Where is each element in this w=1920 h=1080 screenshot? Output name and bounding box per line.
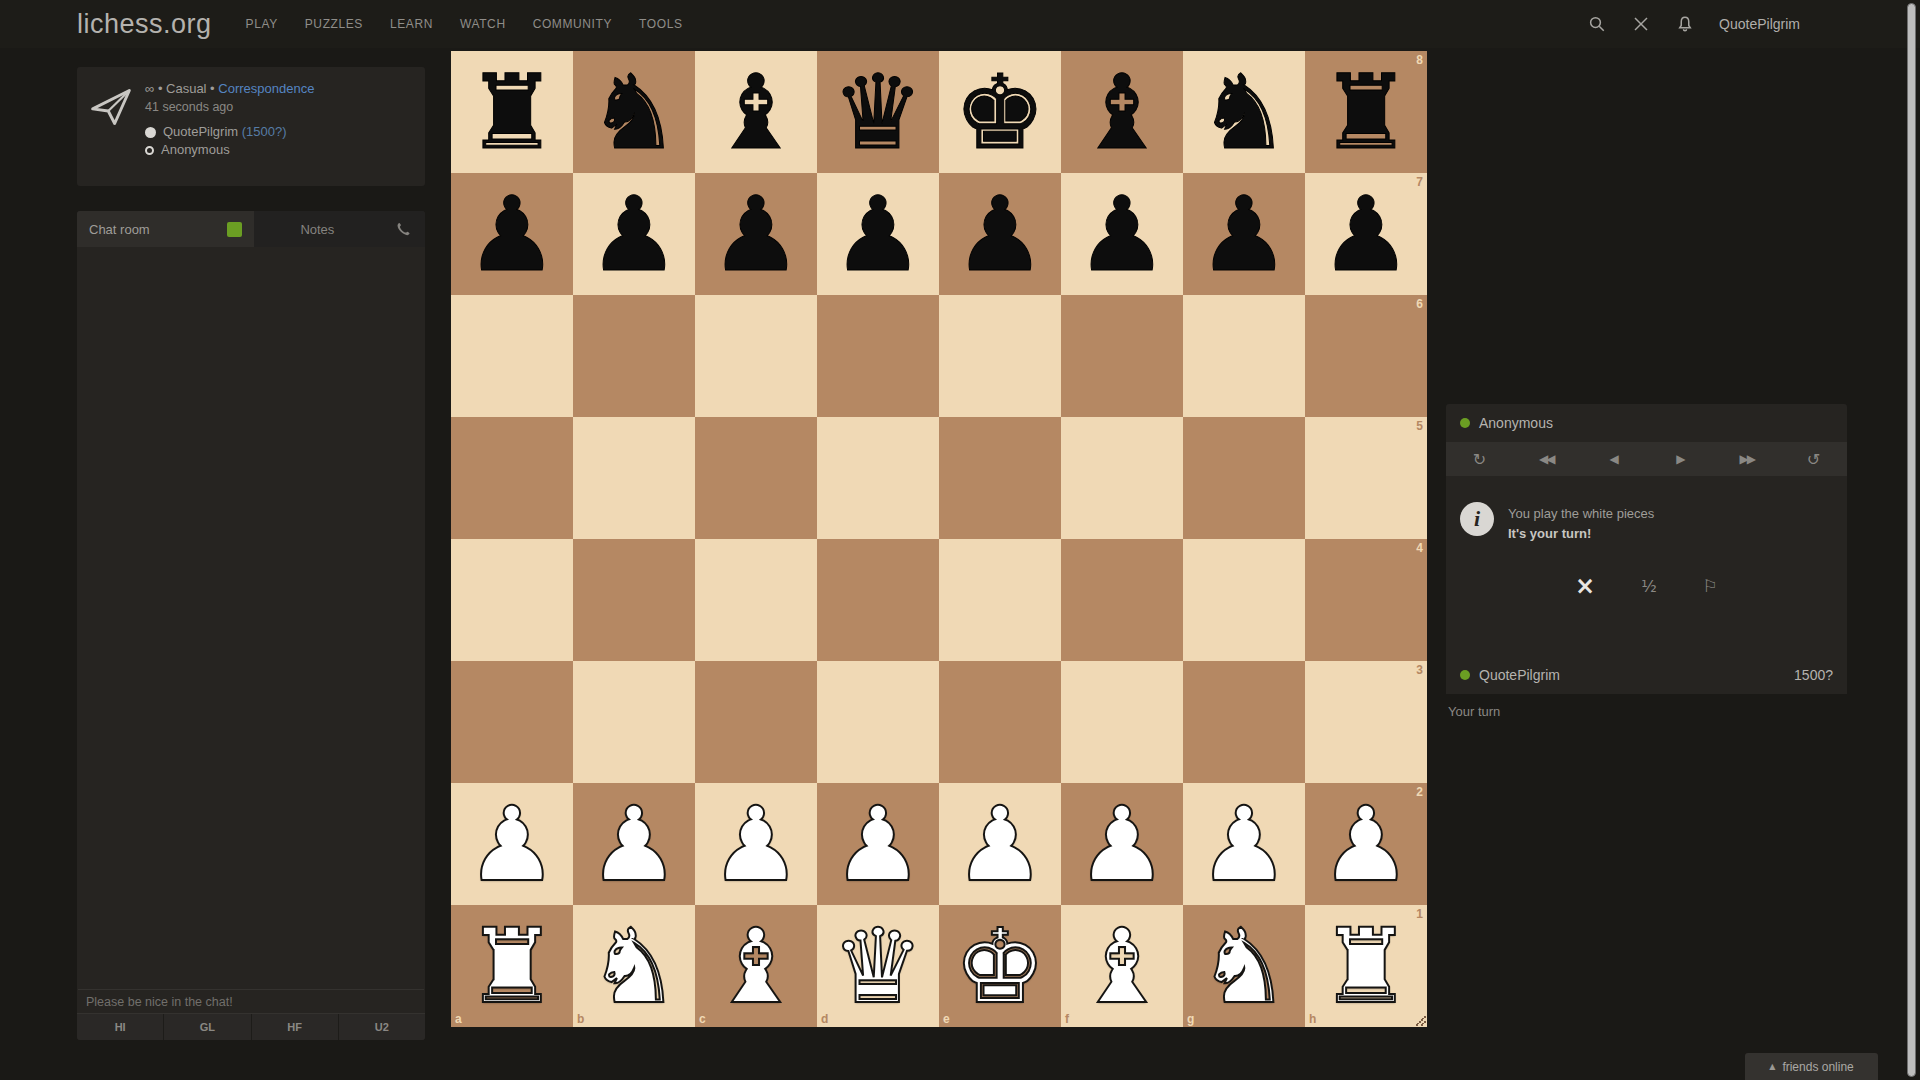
online-dot-icon — [1460, 670, 1470, 680]
piece-white-pawn[interactable]: ♟ — [1183, 783, 1305, 905]
resign-flag-icon[interactable]: ⚐ — [1703, 576, 1718, 596]
square-d2[interactable]: ♟ — [817, 783, 939, 905]
piece-black-bishop[interactable]: ♝ — [1061, 51, 1183, 173]
top-nav: lichess.org PLAY PUZZLES LEARN WATCH COM… — [0, 0, 1920, 48]
chat-input[interactable] — [78, 995, 424, 1009]
square-c6[interactable] — [695, 295, 817, 417]
black-player-line: Anonymous — [145, 141, 314, 159]
square-b1[interactable]: b♞ — [573, 905, 695, 1027]
square-a7[interactable]: ♟ — [451, 173, 573, 295]
main-nav: PLAY PUZZLES LEARN WATCH COMMUNITY TOOLS — [246, 17, 683, 31]
square-c3[interactable] — [695, 661, 817, 783]
square-c7[interactable]: ♟ — [695, 173, 817, 295]
user-menu[interactable]: QuotePilgrim — [1719, 16, 1800, 32]
player-name[interactable]: QuotePilgrim — [1479, 667, 1560, 683]
piece-white-pawn[interactable]: ♟ — [573, 783, 695, 905]
square-e8[interactable]: ♚ — [939, 51, 1061, 173]
page-scrollbar[interactable] — [1907, 3, 1916, 1077]
square-b8[interactable]: ♞ — [573, 51, 695, 173]
square-a5[interactable] — [451, 417, 573, 539]
expand-triangle-icon: ▲ — [1769, 1062, 1775, 1071]
piece-black-pawn[interactable]: ♟ — [1183, 173, 1305, 295]
piece-white-pawn[interactable]: ♟ — [939, 783, 1061, 905]
piece-white-pawn[interactable]: ♟ — [451, 783, 573, 905]
variant-link[interactable]: Correspondence — [218, 81, 314, 96]
square-c1[interactable]: c♝ — [695, 905, 817, 1027]
phone-icon[interactable] — [381, 211, 425, 247]
square-e3[interactable] — [939, 661, 1061, 783]
board-resize-handle[interactable] — [1414, 1014, 1426, 1026]
square-h6[interactable]: 6 — [1305, 295, 1427, 417]
square-f4[interactable] — [1061, 539, 1183, 661]
square-e6[interactable] — [939, 295, 1061, 417]
square-e1[interactable]: e♚ — [939, 905, 1061, 1027]
square-c5[interactable] — [695, 417, 817, 539]
info-icon: i — [1460, 502, 1494, 536]
opponent-bar: Anonymous — [1446, 404, 1847, 442]
square-g6[interactable] — [1183, 295, 1305, 417]
black-piece-ring-icon — [145, 146, 154, 155]
square-h8[interactable]: 8♜ — [1305, 51, 1427, 173]
nav-puzzles[interactable]: PUZZLES — [305, 17, 363, 31]
square-a8[interactable]: ♜ — [451, 51, 573, 173]
piece-black-pawn[interactable]: ♟ — [695, 173, 817, 295]
rank-label-3: 3 — [1416, 663, 1423, 677]
square-h7[interactable]: 7♟ — [1305, 173, 1427, 295]
square-e5[interactable] — [939, 417, 1061, 539]
square-h3[interactable]: 3 — [1305, 661, 1427, 783]
rank-label-6: 6 — [1416, 297, 1423, 311]
chess-board: ♜♞♝♛♚♝♞8♜♟♟♟♟♟♟♟7♟6543♟♟♟♟♟♟♟2♟a♜b♞c♝d♛e… — [451, 51, 1427, 1027]
white-player-name[interactable]: QuotePilgrim (1500?) — [163, 123, 287, 141]
tab-chat-room-label: Chat room — [89, 222, 217, 237]
square-f3[interactable] — [1061, 661, 1183, 783]
piece-black-king[interactable]: ♚ — [939, 51, 1061, 173]
piece-white-bishop[interactable]: ♝ — [1061, 905, 1183, 1027]
square-f6[interactable] — [1061, 295, 1183, 417]
square-f1[interactable]: f♝ — [1061, 905, 1183, 1027]
square-e4[interactable] — [939, 539, 1061, 661]
turn-info-row: i You play the white pieces It's your tu… — [1446, 502, 1847, 544]
piece-white-pawn[interactable]: ♟ — [1305, 783, 1427, 905]
correspondence-paper-plane-icon — [89, 79, 145, 174]
preset-hi-button[interactable]: HI — [77, 1014, 164, 1040]
search-icon[interactable] — [1587, 14, 1607, 34]
next-move-icon[interactable]: ▶ — [1646, 442, 1713, 476]
replay-toolbar: ↻ ◀◀ ◀ ▶ ▶▶ ↺ — [1446, 442, 1847, 476]
white-player-rating: (1500?) — [242, 124, 287, 139]
piece-black-pawn[interactable]: ♟ — [573, 173, 695, 295]
square-g8[interactable]: ♞ — [1183, 51, 1305, 173]
nav-watch[interactable]: WATCH — [460, 17, 506, 31]
square-a6[interactable] — [451, 295, 573, 417]
opponent-name[interactable]: Anonymous — [1479, 415, 1553, 431]
piece-black-pawn[interactable]: ♟ — [451, 173, 573, 295]
square-g4[interactable] — [1183, 539, 1305, 661]
square-d4[interactable] — [817, 539, 939, 661]
square-h4[interactable]: 4 — [1305, 539, 1427, 661]
square-d6[interactable] — [817, 295, 939, 417]
rank-label-5: 5 — [1416, 419, 1423, 433]
square-h2[interactable]: 2♟ — [1305, 783, 1427, 905]
last-move-icon[interactable]: ▶▶ — [1713, 442, 1780, 476]
game-start-time: 41 seconds ago — [145, 98, 314, 117]
square-d5[interactable] — [817, 417, 939, 539]
nav-right-cluster: QuotePilgrim — [1587, 14, 1800, 34]
square-a2[interactable]: ♟ — [451, 783, 573, 905]
piece-black-bishop[interactable]: ♝ — [695, 51, 817, 173]
square-g2[interactable]: ♟ — [1183, 783, 1305, 905]
square-g5[interactable] — [1183, 417, 1305, 539]
game-meta-prefix: ∞ • Casual • — [145, 81, 218, 96]
square-f2[interactable]: ♟ — [1061, 783, 1183, 905]
piece-black-rook[interactable]: ♜ — [451, 51, 573, 173]
square-b2[interactable]: ♟ — [573, 783, 695, 905]
game-info-text: ∞ • Casual • Correspondence 41 seconds a… — [145, 79, 314, 174]
friends-online-bar[interactable]: ▲ friends online — [1745, 1053, 1878, 1080]
square-a3[interactable] — [451, 661, 573, 783]
offer-draw-icon[interactable]: ½ — [1641, 577, 1657, 596]
square-g1[interactable]: g♞ — [1183, 905, 1305, 1027]
piece-black-queen[interactable]: ♛ — [817, 51, 939, 173]
piece-white-queen[interactable]: ♛ — [817, 905, 939, 1027]
first-move-icon[interactable]: ◀◀ — [1513, 442, 1580, 476]
square-e7[interactable]: ♟ — [939, 173, 1061, 295]
online-dot-icon — [1460, 418, 1470, 428]
square-f8[interactable]: ♝ — [1061, 51, 1183, 173]
square-d8[interactable]: ♛ — [817, 51, 939, 173]
analysis-board-icon[interactable]: ↺ — [1780, 442, 1847, 476]
square-f5[interactable] — [1061, 417, 1183, 539]
square-f7[interactable]: ♟ — [1061, 173, 1183, 295]
your-turn-text: It's your turn! — [1508, 524, 1654, 544]
game-meta-line: ∞ • Casual • Correspondence — [145, 79, 314, 98]
chat-enabled-toggle[interactable] — [227, 222, 242, 237]
piece-black-pawn[interactable]: ♟ — [939, 173, 1061, 295]
square-g3[interactable] — [1183, 661, 1305, 783]
square-b3[interactable] — [573, 661, 695, 783]
piece-black-knight[interactable]: ♞ — [1183, 51, 1305, 173]
game-info-box: ∞ • Casual • Correspondence 41 seconds a… — [77, 67, 425, 186]
preset-gl-button[interactable]: GL — [164, 1014, 251, 1040]
square-d7[interactable]: ♟ — [817, 173, 939, 295]
white-piece-disc-icon — [145, 127, 156, 138]
piece-white-rook[interactable]: ♜ — [1305, 905, 1427, 1027]
flip-board-icon[interactable]: ↻ — [1446, 442, 1513, 476]
piece-black-pawn[interactable]: ♟ — [817, 173, 939, 295]
square-h5[interactable]: 5 — [1305, 417, 1427, 539]
lichess-logo[interactable]: lichess.org — [77, 9, 212, 40]
panel-main: i You play the white pieces It's your tu… — [1446, 476, 1847, 656]
nav-community[interactable]: COMMUNITY — [533, 17, 612, 31]
square-g7[interactable]: ♟ — [1183, 173, 1305, 295]
tab-notes[interactable]: Notes — [254, 211, 381, 247]
piece-black-rook[interactable]: ♜ — [1305, 51, 1427, 173]
preset-u2-button[interactable]: U2 — [339, 1014, 425, 1040]
square-c2[interactable]: ♟ — [695, 783, 817, 905]
lichess-game-page: lichess.org PLAY PUZZLES LEARN WATCH COM… — [0, 0, 1920, 1080]
notifications-bell-icon[interactable] — [1675, 14, 1695, 34]
piece-white-knight[interactable]: ♞ — [1183, 905, 1305, 1027]
piece-white-pawn[interactable]: ♟ — [1061, 783, 1183, 905]
chat-tabs: Chat room Notes — [77, 211, 425, 247]
square-d1[interactable]: d♛ — [817, 905, 939, 1027]
player-rating: 1500? — [1794, 667, 1833, 683]
game-side-panel: Anonymous ↻ ◀◀ ◀ ▶ ▶▶ ↺ i You play the w… — [1446, 404, 1847, 719]
square-c4[interactable] — [695, 539, 817, 661]
crossed-swords-icon[interactable] — [1631, 14, 1651, 34]
side-to-play-text: You play the white pieces — [1508, 504, 1654, 524]
rank-label-4: 4 — [1416, 541, 1423, 555]
piece-white-pawn[interactable]: ♟ — [817, 783, 939, 905]
black-player-name[interactable]: Anonymous — [161, 141, 230, 159]
nav-play[interactable]: PLAY — [246, 17, 278, 31]
piece-black-knight[interactable]: ♞ — [573, 51, 695, 173]
piece-white-knight[interactable]: ♞ — [573, 905, 695, 1027]
chat-box: Chat room Notes HI GL HF U2 — [77, 211, 425, 1040]
piece-white-king[interactable]: ♚ — [939, 905, 1061, 1027]
chat-message-area[interactable] — [77, 247, 425, 989]
square-b4[interactable] — [573, 539, 695, 661]
nav-learn[interactable]: LEARN — [390, 17, 433, 31]
nav-tools[interactable]: TOOLS — [639, 17, 682, 31]
piece-white-bishop[interactable]: ♝ — [695, 905, 817, 1027]
square-e2[interactable]: ♟ — [939, 783, 1061, 905]
tab-chat-room[interactable]: Chat room — [77, 211, 254, 247]
square-b7[interactable]: ♟ — [573, 173, 695, 295]
piece-black-pawn[interactable]: ♟ — [1305, 173, 1427, 295]
game-action-row: × ½ ⚐ — [1446, 574, 1847, 598]
piece-white-rook[interactable]: ♜ — [451, 905, 573, 1027]
chat-preset-row: HI GL HF U2 — [77, 1013, 425, 1040]
square-d3[interactable] — [817, 661, 939, 783]
square-b5[interactable] — [573, 417, 695, 539]
square-c8[interactable]: ♝ — [695, 51, 817, 173]
piece-black-pawn[interactable]: ♟ — [1061, 173, 1183, 295]
white-player-line: QuotePilgrim (1500?) — [145, 123, 314, 141]
piece-white-pawn[interactable]: ♟ — [695, 783, 817, 905]
preset-hf-button[interactable]: HF — [252, 1014, 339, 1040]
square-b6[interactable] — [573, 295, 695, 417]
friends-online-label: friends online — [1782, 1060, 1853, 1074]
square-a1[interactable]: a♜ — [451, 905, 573, 1027]
chat-input-row — [78, 989, 424, 1013]
turn-info-text: You play the white pieces It's your turn… — [1508, 502, 1654, 544]
previous-move-icon[interactable]: ◀ — [1580, 442, 1647, 476]
player-bar: QuotePilgrim 1500? — [1446, 656, 1847, 694]
square-a4[interactable] — [451, 539, 573, 661]
abort-game-icon[interactable]: × — [1575, 574, 1595, 598]
square-h1[interactable]: 1h♜ — [1305, 905, 1427, 1027]
turn-status: Your turn — [1446, 704, 1847, 719]
